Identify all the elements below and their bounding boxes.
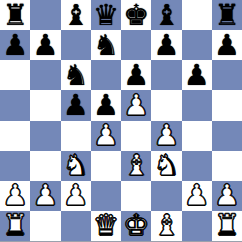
square-h5[interactable] bbox=[212, 90, 242, 120]
square-g2[interactable]: ♟ bbox=[182, 181, 212, 211]
piece-black-rook[interactable]: ♜ bbox=[2, 1, 28, 30]
piece-black-rook[interactable]: ♜ bbox=[214, 1, 240, 30]
square-h1[interactable]: ♜ bbox=[212, 211, 242, 241]
square-g8[interactable] bbox=[182, 0, 212, 30]
square-b6[interactable] bbox=[30, 60, 60, 90]
square-c4[interactable] bbox=[61, 121, 91, 151]
square-g6[interactable]: ♟ bbox=[182, 60, 212, 90]
piece-white-bishop[interactable]: ♝ bbox=[153, 211, 179, 240]
square-h7[interactable]: ♟ bbox=[212, 30, 242, 60]
square-b4[interactable] bbox=[30, 121, 60, 151]
piece-black-pawn[interactable]: ♟ bbox=[214, 31, 240, 60]
square-d7[interactable]: ♞ bbox=[91, 30, 121, 60]
square-e5[interactable]: ♟ bbox=[121, 90, 151, 120]
square-g1[interactable] bbox=[182, 211, 212, 241]
square-b1[interactable] bbox=[30, 211, 60, 241]
square-b7[interactable]: ♟ bbox=[30, 30, 60, 60]
square-h4[interactable] bbox=[212, 121, 242, 151]
square-b3[interactable] bbox=[30, 151, 60, 181]
square-d1[interactable]: ♛ bbox=[91, 211, 121, 241]
piece-white-bishop[interactable]: ♝ bbox=[123, 151, 149, 180]
piece-white-queen[interactable]: ♛ bbox=[93, 211, 119, 240]
square-c5[interactable]: ♟ bbox=[61, 90, 91, 120]
square-a3[interactable] bbox=[0, 151, 30, 181]
square-e6[interactable]: ♟ bbox=[121, 60, 151, 90]
square-c8[interactable]: ♝ bbox=[61, 0, 91, 30]
piece-white-pawn[interactable]: ♟ bbox=[123, 91, 149, 120]
square-a8[interactable]: ♜ bbox=[0, 0, 30, 30]
piece-white-knight[interactable]: ♞ bbox=[63, 151, 89, 180]
piece-black-pawn[interactable]: ♟ bbox=[63, 91, 89, 120]
square-b8[interactable] bbox=[30, 0, 60, 30]
square-a1[interactable]: ♜ bbox=[0, 211, 30, 241]
piece-black-pawn[interactable]: ♟ bbox=[184, 61, 210, 90]
piece-white-rook[interactable]: ♜ bbox=[214, 211, 240, 240]
square-g5[interactable] bbox=[182, 90, 212, 120]
piece-black-knight[interactable]: ♞ bbox=[63, 61, 89, 90]
piece-white-pawn[interactable]: ♟ bbox=[63, 181, 89, 210]
square-e2[interactable] bbox=[121, 181, 151, 211]
square-h6[interactable] bbox=[212, 60, 242, 90]
piece-black-pawn[interactable]: ♟ bbox=[123, 61, 149, 90]
chess-board: ♜♝♛♚♝♜♟♟♞♟♟♞♟♟♟♟♟♟♟♞♝♞♟♟♟♟♟♜♛♚♝♜ bbox=[0, 0, 242, 242]
square-c7[interactable] bbox=[61, 30, 91, 60]
piece-white-knight[interactable]: ♞ bbox=[153, 151, 179, 180]
square-c6[interactable]: ♞ bbox=[61, 60, 91, 90]
square-d5[interactable]: ♟ bbox=[91, 90, 121, 120]
square-b2[interactable]: ♟ bbox=[30, 181, 60, 211]
piece-white-pawn[interactable]: ♟ bbox=[153, 121, 179, 150]
square-g7[interactable] bbox=[182, 30, 212, 60]
piece-white-pawn[interactable]: ♟ bbox=[93, 121, 119, 150]
square-c1[interactable] bbox=[61, 211, 91, 241]
square-e4[interactable] bbox=[121, 121, 151, 151]
piece-black-pawn[interactable]: ♟ bbox=[32, 31, 58, 60]
square-h3[interactable] bbox=[212, 151, 242, 181]
square-a2[interactable]: ♟ bbox=[0, 181, 30, 211]
square-f4[interactable]: ♟ bbox=[151, 121, 181, 151]
square-f5[interactable] bbox=[151, 90, 181, 120]
square-d3[interactable] bbox=[91, 151, 121, 181]
piece-white-pawn[interactable]: ♟ bbox=[214, 181, 240, 210]
square-b5[interactable] bbox=[30, 90, 60, 120]
piece-white-pawn[interactable]: ♟ bbox=[32, 181, 58, 210]
square-h8[interactable]: ♜ bbox=[212, 0, 242, 30]
square-a6[interactable] bbox=[0, 60, 30, 90]
piece-black-knight[interactable]: ♞ bbox=[93, 31, 119, 60]
square-a7[interactable]: ♟ bbox=[0, 30, 30, 60]
piece-black-bishop[interactable]: ♝ bbox=[153, 1, 179, 30]
square-f1[interactable]: ♝ bbox=[151, 211, 181, 241]
piece-black-queen[interactable]: ♛ bbox=[93, 1, 119, 30]
square-d6[interactable] bbox=[91, 60, 121, 90]
piece-black-bishop[interactable]: ♝ bbox=[63, 1, 89, 30]
piece-black-pawn[interactable]: ♟ bbox=[93, 91, 119, 120]
piece-white-pawn[interactable]: ♟ bbox=[2, 181, 28, 210]
square-f8[interactable]: ♝ bbox=[151, 0, 181, 30]
square-e1[interactable]: ♚ bbox=[121, 211, 151, 241]
square-a4[interactable] bbox=[0, 121, 30, 151]
square-f6[interactable] bbox=[151, 60, 181, 90]
piece-white-pawn[interactable]: ♟ bbox=[184, 181, 210, 210]
square-g4[interactable] bbox=[182, 121, 212, 151]
square-c3[interactable]: ♞ bbox=[61, 151, 91, 181]
piece-black-pawn[interactable]: ♟ bbox=[153, 31, 179, 60]
square-g3[interactable] bbox=[182, 151, 212, 181]
square-d2[interactable] bbox=[91, 181, 121, 211]
square-a5[interactable] bbox=[0, 90, 30, 120]
square-e7[interactable] bbox=[121, 30, 151, 60]
piece-white-rook[interactable]: ♜ bbox=[2, 211, 28, 240]
square-c2[interactable]: ♟ bbox=[61, 181, 91, 211]
piece-white-king[interactable]: ♚ bbox=[123, 211, 149, 240]
square-d4[interactable]: ♟ bbox=[91, 121, 121, 151]
square-h2[interactable]: ♟ bbox=[212, 181, 242, 211]
square-f3[interactable]: ♞ bbox=[151, 151, 181, 181]
square-f2[interactable] bbox=[151, 181, 181, 211]
square-e3[interactable]: ♝ bbox=[121, 151, 151, 181]
piece-black-king[interactable]: ♚ bbox=[123, 1, 149, 30]
square-d8[interactable]: ♛ bbox=[91, 0, 121, 30]
square-e8[interactable]: ♚ bbox=[121, 0, 151, 30]
piece-black-pawn[interactable]: ♟ bbox=[2, 31, 28, 60]
square-f7[interactable]: ♟ bbox=[151, 30, 181, 60]
